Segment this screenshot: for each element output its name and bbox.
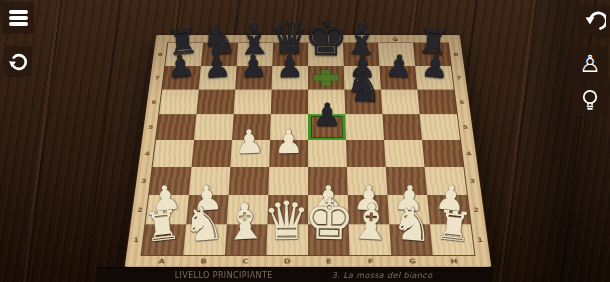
- piece-white-rook-a1[interactable]: ♜: [142, 204, 183, 248]
- move-status-label: 3. La mossa del bianco: [303, 271, 461, 280]
- file-label: A: [140, 255, 183, 267]
- piece-white-knight-b1[interactable]: ♞: [181, 199, 226, 248]
- file-label: D: [266, 255, 308, 267]
- menu-icon: [9, 10, 28, 26]
- piece-black-pawn-d7[interactable]: ♟: [276, 52, 304, 83]
- file-labels-bottom: ABCDEFGH: [140, 255, 476, 267]
- piece-black-pawn-b7[interactable]: ♟: [202, 51, 232, 83]
- file-label: C: [224, 255, 266, 267]
- square-b5[interactable]: [194, 114, 234, 140]
- piece-black-pawn-c7[interactable]: ♟: [239, 51, 268, 83]
- piece-black-pawn-a7[interactable]: ♟: [165, 51, 195, 84]
- piece-black-pawn-e5[interactable]: ♟: [312, 100, 341, 132]
- hint-lightbulb-icon: [579, 88, 601, 112]
- square-c6[interactable]: [234, 90, 272, 115]
- square-h4[interactable]: [422, 140, 463, 167]
- file-label: G: [391, 255, 434, 267]
- square-e7[interactable]: [308, 66, 344, 90]
- square-a6[interactable]: [159, 90, 199, 115]
- file-label: H: [433, 255, 476, 267]
- file-label: B: [182, 255, 225, 267]
- piece-white-knight-g1[interactable]: ♞: [390, 199, 435, 248]
- piece-black-pawn-h7[interactable]: ♟: [420, 51, 450, 84]
- square-a4[interactable]: [153, 140, 194, 167]
- square-g5[interactable]: [382, 114, 422, 140]
- player-button[interactable]: ♙: [572, 46, 608, 82]
- level-label: LIVELLO PRINCIPIANTE: [145, 271, 303, 280]
- move-origin-cross: [314, 75, 338, 81]
- square-f4[interactable]: [346, 140, 386, 167]
- file-label: E: [308, 255, 350, 267]
- square-d6[interactable]: [271, 90, 308, 115]
- rotate-reset-icon: [7, 51, 29, 73]
- menu-button[interactable]: [2, 2, 34, 34]
- square-f5[interactable]: [345, 114, 384, 140]
- undo-icon: [582, 10, 606, 34]
- rotate-reset-button[interactable]: [4, 46, 32, 77]
- piece-white-pawn-d4[interactable]: ♟: [274, 126, 304, 159]
- hint-button[interactable]: [572, 84, 608, 116]
- square-h6[interactable]: [417, 90, 457, 115]
- file-label: G: [377, 35, 412, 43]
- piece-black-pawn-g7[interactable]: ♟: [384, 51, 414, 83]
- piece-black-knight-f6[interactable]: ♞: [345, 66, 384, 109]
- undo-button[interactable]: [578, 5, 610, 38]
- square-h5[interactable]: [420, 114, 460, 140]
- piece-white-bishop-f1[interactable]: ♝: [347, 197, 394, 249]
- file-label: F: [350, 255, 392, 267]
- chess-app-screen: ABCDEFGH ABCDEFGH 87654321 87654321 ♜♞♝♛…: [0, 0, 610, 282]
- square-a5[interactable]: [156, 114, 196, 140]
- player-pawn-icon: ♙: [579, 52, 601, 76]
- piece-white-pawn-c4[interactable]: ♟: [234, 125, 265, 159]
- square-b4[interactable]: [191, 140, 232, 167]
- square-g6[interactable]: [381, 90, 420, 115]
- square-b6[interactable]: [196, 90, 235, 115]
- status-bar: LIVELLO PRINCIPIANTE 3. La mossa del bia…: [97, 267, 493, 282]
- square-g4[interactable]: [384, 140, 425, 167]
- piece-white-rook-h1[interactable]: ♜: [433, 204, 474, 248]
- square-e4[interactable]: [308, 140, 347, 167]
